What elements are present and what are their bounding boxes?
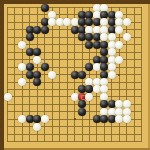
star-point xyxy=(118,74,120,76)
black-stone xyxy=(41,63,49,71)
white-stone xyxy=(115,41,123,49)
white-stone xyxy=(123,18,131,26)
black-stone xyxy=(41,26,49,34)
grid-line-vertical xyxy=(134,7,135,142)
grid-line-horizontal xyxy=(7,82,142,83)
grid-line-horizontal xyxy=(7,126,142,127)
black-stone xyxy=(26,33,34,41)
white-stone xyxy=(18,78,26,86)
black-stone xyxy=(41,4,49,12)
white-stone xyxy=(18,41,26,49)
board-edge-bottom xyxy=(0,148,150,150)
white-stone xyxy=(41,115,49,123)
white-stone xyxy=(123,115,131,123)
black-stone xyxy=(26,63,34,71)
white-stone xyxy=(33,123,41,131)
grid-line-horizontal xyxy=(7,134,142,135)
black-stone xyxy=(33,48,41,56)
white-stone xyxy=(123,33,131,41)
white-stone xyxy=(48,18,56,26)
star-point xyxy=(74,118,76,120)
grid-line-vertical xyxy=(141,7,142,142)
board-frame-left xyxy=(0,0,4,150)
white-stone xyxy=(115,56,123,64)
board-frame-top xyxy=(0,0,150,4)
go-game-screenshot xyxy=(0,0,150,150)
grid-line-horizontal xyxy=(7,141,142,142)
white-stone xyxy=(108,71,116,79)
board-edge-right xyxy=(148,0,150,150)
go-board[interactable] xyxy=(0,0,150,150)
white-stone xyxy=(63,18,71,26)
white-stone xyxy=(115,26,123,34)
grid-line-horizontal xyxy=(7,89,142,90)
black-stone xyxy=(78,71,86,79)
white-stone xyxy=(85,93,93,101)
black-stone xyxy=(33,78,41,86)
white-stone xyxy=(108,48,116,56)
white-stone xyxy=(4,93,12,101)
black-stone xyxy=(78,108,86,116)
white-stone xyxy=(108,63,116,71)
white-stone xyxy=(48,71,56,79)
white-stone xyxy=(33,56,41,64)
